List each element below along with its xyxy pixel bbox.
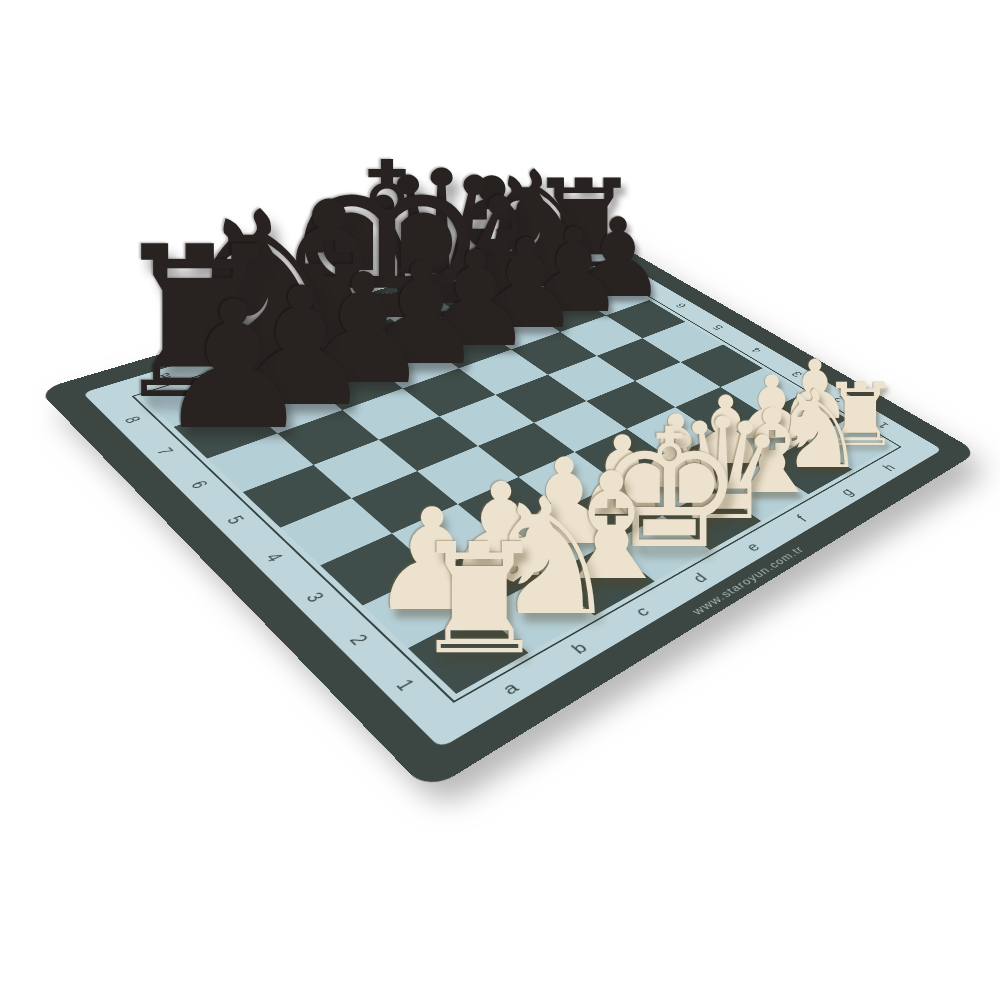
piece-white-rook[interactable]: ♜: [411, 524, 547, 676]
chess-photo-scene: www.staroyun.com.tr www.staroyun.com.tr …: [0, 0, 1000, 1000]
piece-black-pawn[interactable]: ♟: [154, 278, 313, 455]
